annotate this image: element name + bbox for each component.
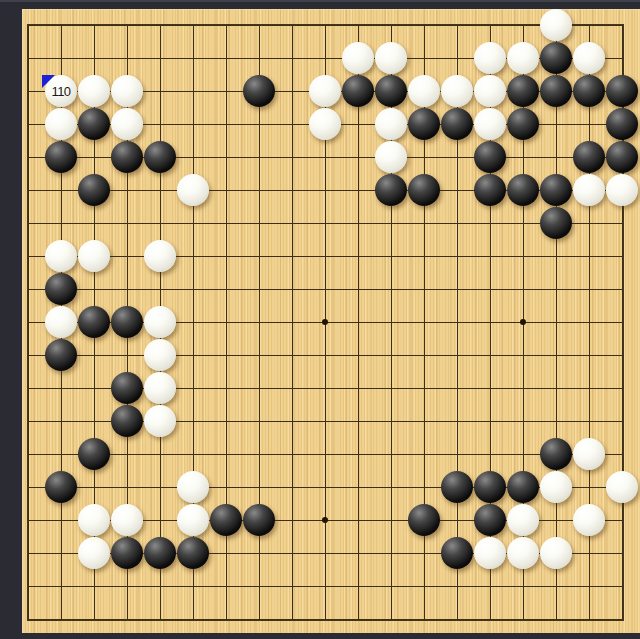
black-stone[interactable]	[111, 405, 143, 437]
white-stone[interactable]	[45, 108, 77, 140]
white-stone[interactable]	[441, 75, 473, 107]
white-stone[interactable]	[144, 240, 176, 272]
white-stone[interactable]	[309, 108, 341, 140]
white-stone[interactable]	[111, 504, 143, 536]
black-stone[interactable]	[111, 306, 143, 338]
app-background: 110	[0, 0, 640, 639]
black-stone[interactable]	[441, 537, 473, 569]
white-stone[interactable]	[606, 471, 638, 503]
black-stone[interactable]	[375, 174, 407, 206]
black-stone[interactable]	[441, 471, 473, 503]
star-point	[322, 319, 328, 325]
white-stone[interactable]	[45, 306, 77, 338]
black-stone[interactable]	[408, 108, 440, 140]
white-stone[interactable]	[375, 108, 407, 140]
black-stone[interactable]	[342, 75, 374, 107]
white-stone[interactable]	[144, 405, 176, 437]
white-stone[interactable]	[606, 174, 638, 206]
white-stone[interactable]	[78, 75, 110, 107]
white-stone[interactable]	[573, 504, 605, 536]
black-stone[interactable]	[144, 537, 176, 569]
black-stone[interactable]	[474, 471, 506, 503]
white-stone[interactable]	[144, 306, 176, 338]
white-stone[interactable]	[408, 75, 440, 107]
black-stone[interactable]	[573, 141, 605, 173]
black-stone[interactable]	[507, 471, 539, 503]
white-stone[interactable]	[177, 504, 209, 536]
white-stone[interactable]	[507, 537, 539, 569]
black-stone[interactable]	[474, 504, 506, 536]
black-stone[interactable]	[375, 75, 407, 107]
black-stone[interactable]	[540, 174, 572, 206]
black-stone[interactable]	[408, 174, 440, 206]
white-stone[interactable]	[474, 75, 506, 107]
black-stone[interactable]	[45, 141, 77, 173]
black-stone[interactable]	[78, 174, 110, 206]
black-stone[interactable]	[507, 108, 539, 140]
black-stone[interactable]	[210, 504, 242, 536]
black-stone[interactable]	[507, 174, 539, 206]
move-number-label: 110	[45, 75, 77, 107]
white-stone[interactable]	[540, 9, 572, 41]
black-stone[interactable]	[177, 537, 209, 569]
black-stone[interactable]	[408, 504, 440, 536]
white-stone[interactable]	[474, 537, 506, 569]
black-stone[interactable]	[111, 537, 143, 569]
white-stone[interactable]	[111, 75, 143, 107]
white-stone[interactable]	[309, 75, 341, 107]
white-stone[interactable]	[78, 537, 110, 569]
black-stone[interactable]	[78, 306, 110, 338]
white-stone[interactable]: 110	[45, 75, 77, 107]
black-stone[interactable]	[144, 141, 176, 173]
black-stone[interactable]	[45, 273, 77, 305]
white-stone[interactable]	[144, 339, 176, 371]
black-stone[interactable]	[573, 75, 605, 107]
black-stone[interactable]	[78, 108, 110, 140]
black-stone[interactable]	[243, 75, 275, 107]
white-stone[interactable]	[144, 372, 176, 404]
go-board[interactable]: 110	[22, 9, 640, 633]
black-stone[interactable]	[507, 75, 539, 107]
star-point	[520, 319, 526, 325]
black-stone[interactable]	[540, 42, 572, 74]
black-stone[interactable]	[540, 438, 572, 470]
black-stone[interactable]	[606, 75, 638, 107]
black-stone[interactable]	[606, 108, 638, 140]
black-stone[interactable]	[540, 207, 572, 239]
black-stone[interactable]	[111, 141, 143, 173]
black-stone[interactable]	[441, 108, 473, 140]
black-stone[interactable]	[540, 75, 572, 107]
black-stone[interactable]	[45, 471, 77, 503]
white-stone[interactable]	[78, 240, 110, 272]
black-stone[interactable]	[243, 504, 275, 536]
black-stone[interactable]	[474, 141, 506, 173]
black-stone[interactable]	[474, 174, 506, 206]
white-stone[interactable]	[573, 42, 605, 74]
black-stone[interactable]	[111, 372, 143, 404]
black-stone[interactable]	[78, 438, 110, 470]
star-point	[322, 517, 328, 523]
black-stone[interactable]	[45, 339, 77, 371]
white-stone[interactable]	[78, 504, 110, 536]
white-stone[interactable]	[111, 108, 143, 140]
white-stone[interactable]	[540, 471, 572, 503]
white-stone[interactable]	[177, 174, 209, 206]
white-stone[interactable]	[342, 42, 374, 74]
white-stone[interactable]	[573, 174, 605, 206]
white-stone[interactable]	[474, 108, 506, 140]
white-stone[interactable]	[375, 141, 407, 173]
white-stone[interactable]	[507, 504, 539, 536]
black-stone[interactable]	[606, 141, 638, 173]
white-stone[interactable]	[540, 537, 572, 569]
white-stone[interactable]	[507, 42, 539, 74]
white-stone[interactable]	[45, 240, 77, 272]
white-stone[interactable]	[375, 42, 407, 74]
white-stone[interactable]	[474, 42, 506, 74]
white-stone[interactable]	[573, 438, 605, 470]
white-stone[interactable]	[177, 471, 209, 503]
